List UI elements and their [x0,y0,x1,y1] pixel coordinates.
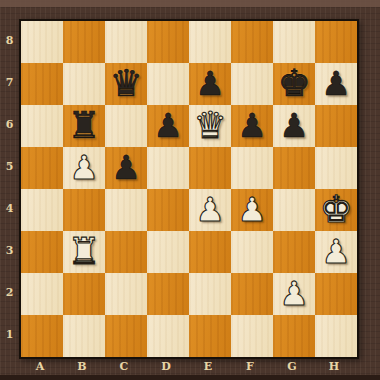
square-b5[interactable]: ♟ [63,147,105,189]
square-h5[interactable] [315,147,357,189]
rank-label-6: 6 [0,103,19,145]
square-f4[interactable]: ♟ [231,189,273,231]
square-c2[interactable] [105,273,147,315]
square-c3[interactable] [105,231,147,273]
black-pawn[interactable]: ♟ [321,67,351,100]
square-g6[interactable]: ♟ [273,105,315,147]
white-pawn[interactable]: ♟ [237,193,267,226]
rank-label-5: 5 [0,145,19,187]
square-e4[interactable]: ♟ [189,189,231,231]
file-label-g: G [271,357,313,375]
square-c8[interactable] [105,21,147,63]
square-d5[interactable] [147,147,189,189]
square-g1[interactable] [273,315,315,357]
file-label-f: F [229,357,271,375]
square-f8[interactable] [231,21,273,63]
file-label-e: E [187,357,229,375]
square-h6[interactable] [315,105,357,147]
square-a2[interactable] [21,273,63,315]
square-e6[interactable]: ♛ [189,105,231,147]
white-pawn[interactable]: ♟ [321,235,351,268]
file-label-b: B [61,357,103,375]
rank-label-1: 1 [0,313,19,355]
white-queen[interactable]: ♛ [193,107,226,144]
square-f7[interactable] [231,63,273,105]
square-b7[interactable] [63,63,105,105]
white-pawn[interactable]: ♟ [195,193,225,226]
white-rook[interactable]: ♜ [67,233,100,270]
square-e5[interactable] [189,147,231,189]
square-e7[interactable]: ♟ [189,63,231,105]
file-label-a: A [19,357,61,375]
square-d1[interactable] [147,315,189,357]
rank-label-3: 3 [0,229,19,271]
square-b1[interactable] [63,315,105,357]
file-label-d: D [145,357,187,375]
square-d4[interactable] [147,189,189,231]
square-b4[interactable] [63,189,105,231]
square-g7[interactable]: ♚ [273,63,315,105]
square-g5[interactable] [273,147,315,189]
file-label-h: H [313,357,355,375]
black-pawn[interactable]: ♟ [195,67,225,100]
square-c7[interactable]: ♛ [105,63,147,105]
rank-label-4: 4 [0,187,19,229]
rank-label-8: 8 [0,19,19,61]
square-b3[interactable]: ♜ [63,231,105,273]
square-g3[interactable] [273,231,315,273]
square-f6[interactable]: ♟ [231,105,273,147]
black-pawn[interactable]: ♟ [153,109,183,142]
square-a5[interactable] [21,147,63,189]
black-pawn[interactable]: ♟ [111,151,141,184]
square-h1[interactable] [315,315,357,357]
black-queen[interactable]: ♛ [109,65,142,102]
square-d7[interactable] [147,63,189,105]
square-e3[interactable] [189,231,231,273]
white-pawn[interactable]: ♟ [279,277,309,310]
square-h3[interactable]: ♟ [315,231,357,273]
rank-label-2: 2 [0,271,19,313]
black-pawn[interactable]: ♟ [279,109,309,142]
square-c5[interactable]: ♟ [105,147,147,189]
square-f2[interactable] [231,273,273,315]
square-c4[interactable] [105,189,147,231]
square-f1[interactable] [231,315,273,357]
square-c1[interactable] [105,315,147,357]
square-d6[interactable]: ♟ [147,105,189,147]
square-e8[interactable] [189,21,231,63]
rank-labels: 87654321 [0,19,19,355]
square-a8[interactable] [21,21,63,63]
frame-bottom-shadow [0,375,380,380]
black-king[interactable]: ♚ [277,65,310,102]
square-g4[interactable] [273,189,315,231]
square-d8[interactable] [147,21,189,63]
square-g2[interactable]: ♟ [273,273,315,315]
square-a3[interactable] [21,231,63,273]
white-king[interactable]: ♚ [319,191,352,228]
rank-label-7: 7 [0,61,19,103]
square-h7[interactable]: ♟ [315,63,357,105]
square-h4[interactable]: ♚ [315,189,357,231]
square-b6[interactable]: ♜ [63,105,105,147]
square-h2[interactable] [315,273,357,315]
square-b2[interactable] [63,273,105,315]
square-a1[interactable] [21,315,63,357]
black-pawn[interactable]: ♟ [237,109,267,142]
square-e2[interactable] [189,273,231,315]
square-a7[interactable] [21,63,63,105]
square-f3[interactable] [231,231,273,273]
white-pawn[interactable]: ♟ [69,151,99,184]
chess-board: ♛♟♚♟♜♟♛♟♟♟♟♟♟♚♜♟♟ [19,19,359,359]
file-labels: ABCDEFGH [19,357,359,375]
frame-top-highlight [0,0,380,7]
file-label-c: C [103,357,145,375]
square-d2[interactable] [147,273,189,315]
chess-board-widget: 87654321 ♛♟♚♟♜♟♛♟♟♟♟♟♟♚♜♟♟ ABCDEFGH [0,0,380,380]
square-e1[interactable] [189,315,231,357]
square-d3[interactable] [147,231,189,273]
square-c6[interactable] [105,105,147,147]
square-b8[interactable] [63,21,105,63]
black-rook[interactable]: ♜ [67,107,100,144]
square-a6[interactable] [21,105,63,147]
square-g8[interactable] [273,21,315,63]
square-h8[interactable] [315,21,357,63]
square-a4[interactable] [21,189,63,231]
square-f5[interactable] [231,147,273,189]
